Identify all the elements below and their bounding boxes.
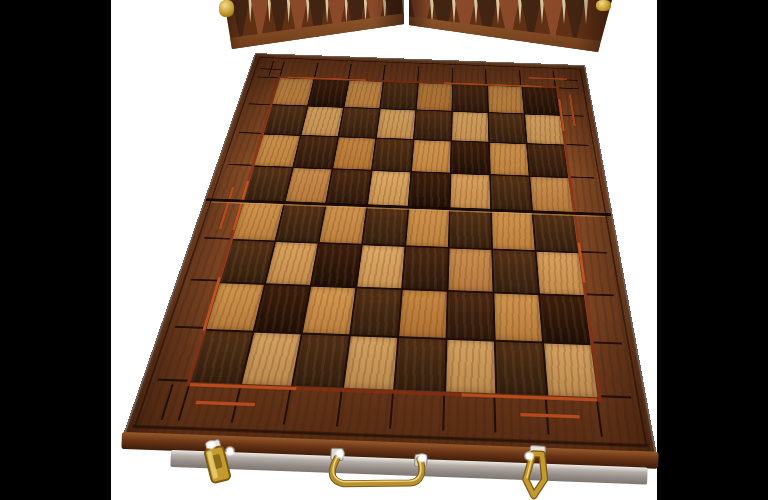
square-b5	[285, 168, 331, 203]
square-h1	[544, 343, 597, 397]
square-d5	[368, 171, 410, 206]
square-b7	[302, 107, 344, 137]
square-a6	[255, 135, 300, 167]
square-c2	[303, 287, 355, 335]
square-g2	[494, 293, 542, 341]
square-h4	[533, 212, 578, 251]
square-c3	[312, 244, 361, 287]
square-g5	[491, 175, 532, 211]
square-h5	[530, 177, 573, 213]
square-e4	[406, 208, 449, 247]
square-a5	[244, 167, 292, 202]
square-d6	[373, 139, 413, 171]
square-f5	[451, 174, 491, 210]
square-h7	[525, 115, 564, 145]
square-g3	[493, 250, 538, 293]
square-d8	[381, 82, 418, 109]
square-e6	[412, 140, 451, 172]
light-reflection	[224, 446, 236, 456]
square-g7	[489, 113, 526, 143]
square-d2	[351, 288, 401, 336]
square-f2	[447, 292, 493, 340]
square-d3	[357, 245, 404, 288]
square-f6	[451, 142, 489, 175]
square-g4	[492, 211, 535, 250]
light-reflection	[416, 453, 428, 463]
photo-stage	[0, 0, 768, 500]
light-reflection	[205, 440, 217, 450]
square-b8	[309, 79, 349, 106]
square-b3	[266, 242, 318, 285]
brass-hinge-right	[596, 0, 611, 11]
square-e1	[395, 338, 445, 391]
square-e2	[399, 290, 447, 338]
square-f7	[452, 112, 488, 142]
square-c6	[333, 137, 375, 169]
square-c4	[320, 205, 367, 244]
pillarbox-right	[657, 0, 768, 500]
backgammon-point-cream-sliver	[584, 0, 588, 24]
pillarbox-left	[0, 0, 111, 500]
square-b4	[276, 203, 325, 242]
square-f1	[446, 340, 495, 394]
square-c1	[293, 334, 349, 387]
square-f3	[449, 249, 493, 292]
square-g8	[488, 86, 524, 114]
square-d7	[377, 109, 415, 139]
brass-latch-left	[192, 434, 244, 494]
square-e7	[414, 111, 451, 141]
square-h6	[528, 144, 569, 177]
square-d4	[363, 206, 408, 245]
square-h8	[523, 87, 560, 115]
square-b2	[255, 285, 310, 333]
square-f8	[453, 85, 488, 112]
brass-hinge-left	[219, 0, 234, 17]
square-h2	[540, 295, 590, 343]
square-a7	[264, 105, 307, 135]
square-g6	[490, 143, 529, 176]
square-f4	[450, 209, 492, 248]
square-a8	[272, 78, 313, 105]
square-e3	[403, 247, 448, 290]
square-c8	[345, 81, 383, 108]
square-e5	[409, 172, 450, 208]
square-b1	[242, 333, 301, 386]
square-b6	[294, 136, 338, 168]
square-e8	[417, 83, 452, 110]
square-d1	[344, 336, 397, 389]
square-c7	[339, 108, 379, 138]
light-reflection	[523, 451, 535, 461]
light-reflection	[334, 449, 346, 459]
square-c5	[327, 170, 371, 205]
square-g1	[496, 342, 547, 396]
square-h3	[536, 252, 583, 295]
